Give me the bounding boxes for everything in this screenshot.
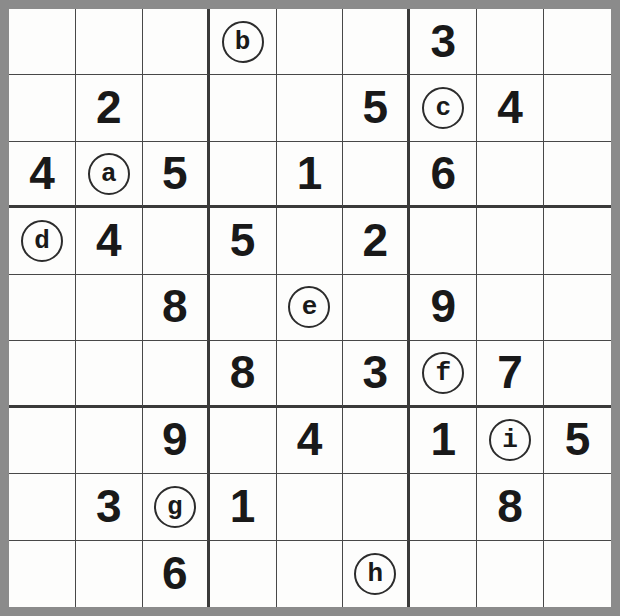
cell-r3c2: a: [76, 142, 143, 208]
cell-r6c9[interactable]: [544, 341, 611, 407]
cell-r3c6[interactable]: [343, 142, 410, 208]
circled-letter-a: a: [88, 153, 130, 195]
cell-r1c1[interactable]: [9, 9, 76, 75]
given-digit-5: 5: [162, 150, 188, 196]
given-digit-8: 8: [162, 283, 188, 329]
cell-r1c8[interactable]: [477, 9, 544, 75]
given-digit-8: 8: [497, 483, 523, 529]
cell-r3c7: 6: [410, 142, 477, 208]
cell-r9c1[interactable]: [9, 541, 76, 607]
cell-r4c2: 4: [76, 208, 143, 274]
cell-r4c4: 5: [210, 208, 277, 274]
cell-r8c7[interactable]: [410, 474, 477, 540]
cell-r8c3: g: [143, 474, 210, 540]
cell-r9c7[interactable]: [410, 541, 477, 607]
cell-r4c3[interactable]: [143, 208, 210, 274]
cell-r8c8: 8: [477, 474, 544, 540]
cell-r8c2: 3: [76, 474, 143, 540]
circled-letter-d: d: [21, 220, 63, 262]
cell-r2c8: 4: [477, 75, 544, 141]
cell-r9c8[interactable]: [477, 541, 544, 607]
cell-r7c7: 1: [410, 408, 477, 474]
given-digit-3: 3: [363, 349, 389, 395]
given-digit-6: 6: [430, 150, 456, 196]
cell-r7c2[interactable]: [76, 408, 143, 474]
cell-r5c7: 9: [410, 275, 477, 341]
cell-r3c1: 4: [9, 142, 76, 208]
cell-r2c7: c: [410, 75, 477, 141]
cell-r1c9[interactable]: [544, 9, 611, 75]
sudoku-grid: b325c44a516d4528e983f7941i53g186h: [9, 9, 611, 607]
cell-r6c7: f: [410, 341, 477, 407]
cell-r4c1: d: [9, 208, 76, 274]
given-digit-2: 2: [363, 217, 389, 263]
cell-r7c3: 9: [143, 408, 210, 474]
circled-letter-i: i: [489, 419, 531, 461]
cell-r8c5[interactable]: [277, 474, 344, 540]
cell-r5c9[interactable]: [544, 275, 611, 341]
cell-r9c3: 6: [143, 541, 210, 607]
cell-r5c5: e: [277, 275, 344, 341]
given-digit-4: 4: [29, 150, 55, 196]
given-digit-7: 7: [497, 349, 523, 395]
cell-r7c1[interactable]: [9, 408, 76, 474]
cell-r4c5[interactable]: [277, 208, 344, 274]
cell-r9c5[interactable]: [277, 541, 344, 607]
cell-r8c4: 1: [210, 474, 277, 540]
cell-r6c4: 8: [210, 341, 277, 407]
cell-r7c5: 4: [277, 408, 344, 474]
cell-r1c2[interactable]: [76, 9, 143, 75]
circled-letter-f: f: [422, 352, 464, 394]
given-digit-1: 1: [297, 150, 323, 196]
cell-r1c6[interactable]: [343, 9, 410, 75]
given-digit-9: 9: [430, 283, 456, 329]
cell-r7c4[interactable]: [210, 408, 277, 474]
circled-letter-b: b: [222, 21, 264, 63]
cell-r1c3[interactable]: [143, 9, 210, 75]
cell-r7c6[interactable]: [343, 408, 410, 474]
cell-r3c9[interactable]: [544, 142, 611, 208]
given-digit-1: 1: [430, 416, 456, 462]
cell-r4c9[interactable]: [544, 208, 611, 274]
cell-r6c8: 7: [477, 341, 544, 407]
given-digit-4: 4: [297, 416, 323, 462]
given-digit-3: 3: [96, 483, 122, 529]
given-digit-2: 2: [96, 84, 122, 130]
cell-r5c1[interactable]: [9, 275, 76, 341]
sudoku-board: b325c44a516d4528e983f7941i53g186h: [0, 0, 620, 616]
cell-r8c1[interactable]: [9, 474, 76, 540]
cell-r5c4[interactable]: [210, 275, 277, 341]
circled-letter-c: c: [422, 87, 464, 129]
cell-r3c5: 1: [277, 142, 344, 208]
cell-r7c8: i: [477, 408, 544, 474]
cell-r2c2: 2: [76, 75, 143, 141]
circled-letter-g: g: [154, 486, 196, 528]
cell-r4c8[interactable]: [477, 208, 544, 274]
given-digit-5: 5: [230, 217, 256, 263]
cell-r3c8[interactable]: [477, 142, 544, 208]
cell-r5c6[interactable]: [343, 275, 410, 341]
cell-r6c3[interactable]: [143, 341, 210, 407]
given-digit-6: 6: [162, 550, 188, 596]
cell-r5c3: 8: [143, 275, 210, 341]
circled-letter-h: h: [354, 553, 396, 595]
cell-r6c2[interactable]: [76, 341, 143, 407]
cell-r4c7[interactable]: [410, 208, 477, 274]
given-digit-1: 1: [230, 483, 256, 529]
given-digit-4: 4: [96, 217, 122, 263]
cell-r2c3[interactable]: [143, 75, 210, 141]
cell-r9c2[interactable]: [76, 541, 143, 607]
cell-r9c4[interactable]: [210, 541, 277, 607]
given-digit-5: 5: [363, 84, 389, 130]
cell-r5c2[interactable]: [76, 275, 143, 341]
cell-r6c1[interactable]: [9, 341, 76, 407]
sudoku-page: b325c44a516d4528e983f7941i53g186h: [0, 0, 620, 616]
cell-r2c1[interactable]: [9, 75, 76, 141]
given-digit-5: 5: [565, 416, 591, 462]
cell-r6c6: 3: [343, 341, 410, 407]
cell-r1c5[interactable]: [277, 9, 344, 75]
given-digit-4: 4: [497, 84, 523, 130]
cell-r1c7: 3: [410, 9, 477, 75]
cell-r2c4[interactable]: [210, 75, 277, 141]
cell-r9c9[interactable]: [544, 541, 611, 607]
circled-letter-e: e: [288, 286, 330, 328]
cell-r9c6: h: [343, 541, 410, 607]
cell-r3c3: 5: [143, 142, 210, 208]
given-digit-9: 9: [162, 416, 188, 462]
cell-r4c6: 2: [343, 208, 410, 274]
given-digit-3: 3: [430, 18, 456, 64]
cell-r8c6[interactable]: [343, 474, 410, 540]
cell-r2c9[interactable]: [544, 75, 611, 141]
cell-r5c8[interactable]: [477, 275, 544, 341]
given-digit-8: 8: [230, 349, 256, 395]
cell-r2c5[interactable]: [277, 75, 344, 141]
cell-r1c4: b: [210, 9, 277, 75]
cell-r6c5[interactable]: [277, 341, 344, 407]
cell-r8c9[interactable]: [544, 474, 611, 540]
cell-r7c9: 5: [544, 408, 611, 474]
cell-r3c4[interactable]: [210, 142, 277, 208]
cell-r2c6: 5: [343, 75, 410, 141]
